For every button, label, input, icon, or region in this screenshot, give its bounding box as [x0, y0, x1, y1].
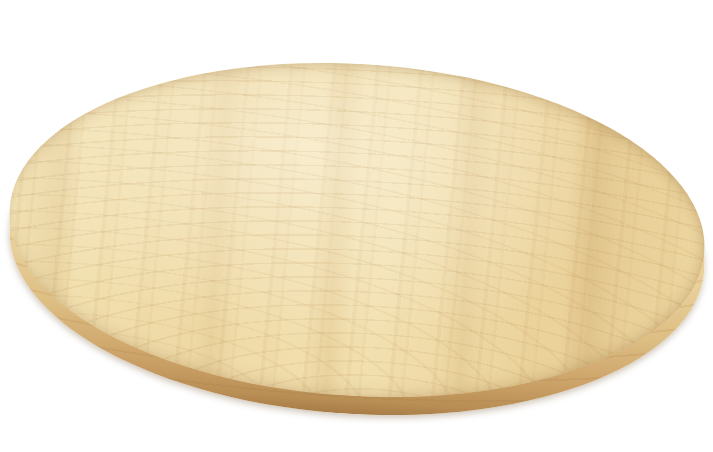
chinese-checkers-board-photo	[0, 0, 713, 452]
piece-layer	[0, 0, 713, 452]
